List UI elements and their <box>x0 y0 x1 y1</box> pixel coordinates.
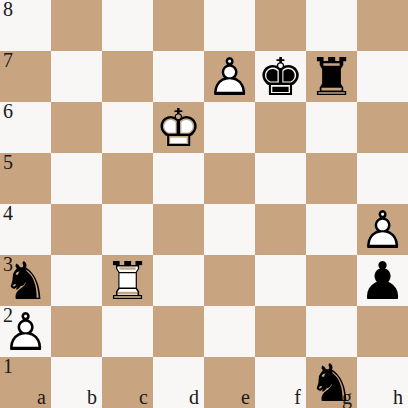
white-pawn-icon: ♟♙ <box>0 306 51 357</box>
square-a3[interactable]: 3♞ <box>0 255 51 306</box>
square-b7[interactable] <box>51 51 102 102</box>
square-e8[interactable] <box>204 0 255 51</box>
square-a2[interactable]: 2♟♙ <box>0 306 51 357</box>
square-a8[interactable]: 8 <box>0 0 51 51</box>
rank-label-5: 5 <box>3 152 13 172</box>
square-h3[interactable]: ♟ <box>357 255 408 306</box>
black-rook-icon: ♜ <box>306 51 357 102</box>
square-a5[interactable]: 5 <box>0 153 51 204</box>
square-g8[interactable] <box>306 0 357 51</box>
square-c7[interactable] <box>102 51 153 102</box>
file-label-b: b <box>87 387 97 407</box>
square-g2[interactable] <box>306 306 357 357</box>
square-e7[interactable]: ♟♙ <box>204 51 255 102</box>
square-h6[interactable] <box>357 102 408 153</box>
square-e2[interactable] <box>204 306 255 357</box>
square-e4[interactable] <box>204 204 255 255</box>
rank-label-1: 1 <box>3 356 13 376</box>
square-d7[interactable] <box>153 51 204 102</box>
square-d1[interactable]: d <box>153 357 204 408</box>
square-g7[interactable]: ♜ <box>306 51 357 102</box>
rank-label-4: 4 <box>3 203 13 223</box>
square-b5[interactable] <box>51 153 102 204</box>
square-c4[interactable] <box>102 204 153 255</box>
square-c2[interactable] <box>102 306 153 357</box>
square-c8[interactable] <box>102 0 153 51</box>
chess-board: 87♟♙♚♜6♚♔54♟♙3♞♜♖♟2♟♙1abcdefg♞h <box>0 0 408 408</box>
square-g3[interactable] <box>306 255 357 306</box>
square-d6[interactable]: ♚♔ <box>153 102 204 153</box>
square-c5[interactable] <box>102 153 153 204</box>
square-f7[interactable]: ♚ <box>255 51 306 102</box>
square-e5[interactable] <box>204 153 255 204</box>
file-label-e: e <box>241 387 250 407</box>
white-pawn-icon: ♟♙ <box>204 51 255 102</box>
square-f4[interactable] <box>255 204 306 255</box>
square-h2[interactable] <box>357 306 408 357</box>
square-b6[interactable] <box>51 102 102 153</box>
square-a1[interactable]: 1a <box>0 357 51 408</box>
square-c6[interactable] <box>102 102 153 153</box>
file-label-c: c <box>139 387 148 407</box>
rank-label-7: 7 <box>3 50 13 70</box>
rank-label-8: 8 <box>3 0 13 19</box>
white-rook-icon: ♜♖ <box>102 255 153 306</box>
file-label-a: a <box>37 387 46 407</box>
rank-label-6: 6 <box>3 101 13 121</box>
square-f8[interactable] <box>255 0 306 51</box>
square-a7[interactable]: 7 <box>0 51 51 102</box>
square-f5[interactable] <box>255 153 306 204</box>
square-g5[interactable] <box>306 153 357 204</box>
file-label-h: h <box>393 387 403 407</box>
black-knight-icon: ♞ <box>306 357 357 408</box>
white-king-icon: ♚♔ <box>153 102 204 153</box>
black-pawn-icon: ♟ <box>357 255 408 306</box>
black-knight-icon: ♞ <box>0 255 51 306</box>
square-e3[interactable] <box>204 255 255 306</box>
black-king-icon: ♚ <box>255 51 306 102</box>
square-d5[interactable] <box>153 153 204 204</box>
square-b8[interactable] <box>51 0 102 51</box>
square-b3[interactable] <box>51 255 102 306</box>
square-h7[interactable] <box>357 51 408 102</box>
square-f3[interactable] <box>255 255 306 306</box>
square-g1[interactable]: g♞ <box>306 357 357 408</box>
square-d3[interactable] <box>153 255 204 306</box>
square-h8[interactable] <box>357 0 408 51</box>
square-e6[interactable] <box>204 102 255 153</box>
square-f1[interactable]: f <box>255 357 306 408</box>
square-g4[interactable] <box>306 204 357 255</box>
square-h5[interactable] <box>357 153 408 204</box>
square-b2[interactable] <box>51 306 102 357</box>
square-d4[interactable] <box>153 204 204 255</box>
square-c3[interactable]: ♜♖ <box>102 255 153 306</box>
square-b1[interactable]: b <box>51 357 102 408</box>
square-b4[interactable] <box>51 204 102 255</box>
square-d2[interactable] <box>153 306 204 357</box>
square-d8[interactable] <box>153 0 204 51</box>
square-c1[interactable]: c <box>102 357 153 408</box>
square-h4[interactable]: ♟♙ <box>357 204 408 255</box>
square-a4[interactable]: 4 <box>0 204 51 255</box>
file-label-d: d <box>189 387 199 407</box>
square-e1[interactable]: e <box>204 357 255 408</box>
square-a6[interactable]: 6 <box>0 102 51 153</box>
square-f2[interactable] <box>255 306 306 357</box>
file-label-f: f <box>294 387 301 407</box>
square-g6[interactable] <box>306 102 357 153</box>
white-pawn-icon: ♟♙ <box>357 204 408 255</box>
square-f6[interactable] <box>255 102 306 153</box>
square-h1[interactable]: h <box>357 357 408 408</box>
